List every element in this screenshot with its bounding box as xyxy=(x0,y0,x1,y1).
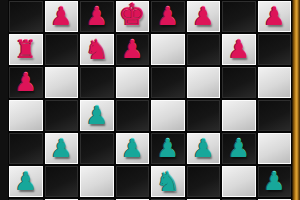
square-r1c1[interactable] xyxy=(8,0,44,33)
pink-pawn[interactable]: ♟ xyxy=(121,37,143,62)
square-r5c1[interactable] xyxy=(8,132,44,165)
square-r3c7[interactable] xyxy=(221,66,257,99)
square-r4c4[interactable] xyxy=(115,99,151,132)
pink-rook[interactable]: ♜ xyxy=(15,37,37,62)
square-r2c7[interactable]: ♟ xyxy=(221,33,257,66)
teal-pawn[interactable]: ♟ xyxy=(50,136,72,161)
square-r4c2[interactable] xyxy=(44,99,80,132)
square-r3c4[interactable] xyxy=(115,66,151,99)
square-r1c5[interactable]: ♟ xyxy=(150,0,186,33)
pink-pawn[interactable]: ♟ xyxy=(192,4,214,29)
square-r3c2[interactable] xyxy=(44,66,80,99)
square-r4c1[interactable] xyxy=(8,99,44,132)
square-sliver-c8 xyxy=(257,198,293,200)
teal-pawn[interactable]: ♟ xyxy=(192,136,214,161)
square-r6c1[interactable]: ♟ xyxy=(8,165,44,198)
square-r2c6[interactable] xyxy=(186,33,222,66)
square-r3c5[interactable] xyxy=(150,66,186,99)
square-r3c8[interactable] xyxy=(257,66,293,99)
square-r6c2[interactable] xyxy=(44,165,80,198)
square-r6c3[interactable] xyxy=(79,165,115,198)
square-sliver-c2 xyxy=(44,198,80,200)
square-r5c5[interactable]: ♟ xyxy=(150,132,186,165)
teal-pawn[interactable]: ♟ xyxy=(263,169,285,194)
square-r4c7[interactable] xyxy=(221,99,257,132)
teal-pawn[interactable]: ♟ xyxy=(121,136,143,161)
square-r1c2[interactable]: ♟ xyxy=(44,0,80,33)
square-r4c5[interactable] xyxy=(150,99,186,132)
square-r2c4[interactable]: ♟ xyxy=(115,33,151,66)
square-r2c1[interactable]: ♜ xyxy=(8,33,44,66)
chess-game-window: ♟♟♚♟♟♟♜♞♟♟♟♟♟♟♟♟♟♟♞♟ xyxy=(0,0,300,200)
square-r5c7[interactable]: ♟ xyxy=(221,132,257,165)
teal-knight[interactable]: ♞ xyxy=(156,168,180,195)
teal-pawn[interactable]: ♟ xyxy=(157,136,179,161)
pink-pawn[interactable]: ♟ xyxy=(157,4,179,29)
square-r1c3[interactable]: ♟ xyxy=(79,0,115,33)
square-r3c3[interactable] xyxy=(79,66,115,99)
square-r5c3[interactable] xyxy=(79,132,115,165)
teal-pawn[interactable]: ♟ xyxy=(228,136,250,161)
square-r5c4[interactable]: ♟ xyxy=(115,132,151,165)
square-sliver-c5 xyxy=(150,198,186,200)
teal-pawn[interactable]: ♟ xyxy=(15,169,37,194)
square-r6c7[interactable] xyxy=(221,165,257,198)
square-sliver-c7 xyxy=(221,198,257,200)
square-sliver-c1 xyxy=(8,198,44,200)
square-r1c6[interactable]: ♟ xyxy=(186,0,222,33)
square-r1c7[interactable] xyxy=(221,0,257,33)
square-r2c3[interactable]: ♞ xyxy=(79,33,115,66)
square-r6c8[interactable]: ♟ xyxy=(257,165,293,198)
square-r4c8[interactable] xyxy=(257,99,293,132)
wood-frame-right xyxy=(292,0,300,200)
chess-board: ♟♟♚♟♟♟♜♞♟♟♟♟♟♟♟♟♟♟♞♟ xyxy=(8,0,292,200)
square-r6c4[interactable] xyxy=(115,165,151,198)
wood-frame-left xyxy=(0,0,8,200)
pink-knight[interactable]: ♞ xyxy=(85,36,109,63)
square-r1c4[interactable]: ♚ xyxy=(115,0,151,33)
square-r3c6[interactable] xyxy=(186,66,222,99)
pink-pawn[interactable]: ♟ xyxy=(263,4,285,29)
square-r6c6[interactable] xyxy=(186,165,222,198)
pink-pawn[interactable]: ♟ xyxy=(86,4,108,29)
square-r2c8[interactable] xyxy=(257,33,293,66)
square-r4c3[interactable]: ♟ xyxy=(79,99,115,132)
square-sliver-c6 xyxy=(186,198,222,200)
square-r3c1[interactable]: ♟ xyxy=(8,66,44,99)
teal-pawn[interactable]: ♟ xyxy=(86,103,108,128)
square-r2c5[interactable] xyxy=(150,33,186,66)
square-r1c8[interactable]: ♟ xyxy=(257,0,293,33)
pink-king[interactable]: ♚ xyxy=(119,0,146,30)
square-r5c8[interactable] xyxy=(257,132,293,165)
square-r2c2[interactable] xyxy=(44,33,80,66)
square-r4c6[interactable] xyxy=(186,99,222,132)
square-sliver-c4 xyxy=(115,198,151,200)
square-r5c6[interactable]: ♟ xyxy=(186,132,222,165)
square-r6c5[interactable]: ♞ xyxy=(150,165,186,198)
pink-pawn[interactable]: ♟ xyxy=(15,70,37,95)
pink-pawn[interactable]: ♟ xyxy=(50,4,72,29)
pink-pawn[interactable]: ♟ xyxy=(228,37,250,62)
square-sliver-c3 xyxy=(79,198,115,200)
square-r5c2[interactable]: ♟ xyxy=(44,132,80,165)
